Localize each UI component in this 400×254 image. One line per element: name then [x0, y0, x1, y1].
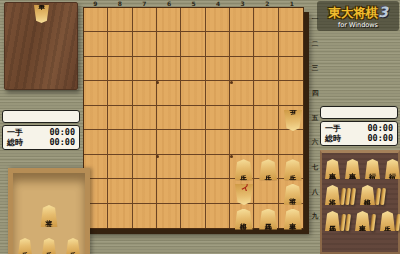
tray-piece-stack: 銀将 — [360, 185, 385, 205]
shogi-piece[interactable]: 銀将 — [235, 209, 253, 230]
shogi-piece[interactable]: 飛車 — [345, 159, 360, 179]
piece-box-king-slot: 王将 — [41, 205, 58, 227]
tray-piece-stack: 歩兵 — [380, 211, 400, 231]
app-logo: 東大将棋3 for Windows — [317, 1, 399, 31]
shogi-piece[interactable]: 歩兵 — [18, 238, 32, 254]
file-coordinates: 987654321 — [83, 0, 304, 7]
move-time-value: 00:00 — [367, 123, 393, 133]
total-time-value: 00:00 — [367, 133, 393, 143]
shogi-piece[interactable]: 香車 — [355, 211, 370, 231]
stacked-piece-edge — [350, 188, 356, 205]
gote-clock-panel: 一手00:00 総時00:00 — [2, 110, 80, 150]
shogi-piece[interactable]: 歩兵 — [235, 159, 253, 180]
logo-subtitle: for Windows — [317, 21, 399, 29]
move-time-value: 00:00 — [49, 127, 75, 137]
shogi-piece[interactable]: と — [235, 184, 253, 205]
tray-row: 桂馬香車歩兵 — [322, 211, 398, 231]
rank-label: 六 — [310, 130, 320, 155]
tray-piece-stack: 角行 — [365, 159, 380, 179]
rank-label: 五 — [310, 106, 320, 131]
tray-row: 金将銀将 — [322, 185, 398, 205]
tray-piece-stack: 桂馬 — [325, 211, 350, 231]
star-point — [156, 155, 159, 158]
tray-piece-stack: 香車 — [355, 211, 375, 231]
shogi-piece[interactable]: 歩兵 — [66, 238, 80, 254]
tray-row: 飛車飛車角行角行 — [322, 159, 398, 179]
piece-layer: 歩兵歩兵歩兵歩兵と王将銀将桂馬香車 — [84, 8, 303, 228]
rank-label: 八 — [310, 180, 320, 205]
rank-coordinates: 一二三四五六七八九 — [310, 7, 320, 229]
piece-tray-sente[interactable]: 飛車飛車角行角行金将銀将桂馬香車歩兵 — [320, 150, 400, 254]
gote-name-field[interactable] — [2, 110, 80, 123]
shogi-piece[interactable]: 歩兵 — [259, 159, 277, 180]
sente-name-field[interactable] — [320, 106, 398, 119]
shogi-piece[interactable]: 歩兵 — [284, 159, 302, 180]
shogi-piece[interactable]: 香車 — [34, 5, 49, 23]
file-label: 5 — [181, 0, 206, 7]
star-point — [230, 81, 233, 84]
file-label: 8 — [108, 0, 133, 7]
shogi-piece[interactable]: 桂馬 — [325, 211, 340, 231]
rank-label: 四 — [310, 81, 320, 106]
file-label: 3 — [230, 0, 255, 7]
tray-piece-stack: 飛車 — [325, 159, 340, 179]
shogi-piece[interactable]: 桂馬 — [259, 209, 277, 230]
shogi-piece[interactable]: 飛車 — [325, 159, 340, 179]
rank-label: 三 — [310, 56, 320, 81]
piece-box-pawn-row: 歩兵歩兵歩兵 — [13, 238, 85, 254]
shogi-piece[interactable]: 歩兵 — [42, 238, 56, 254]
sente-clock-panel: 一手00:00 総時00:00 — [320, 106, 398, 146]
shogi-piece[interactable]: 銀将 — [360, 185, 375, 205]
total-time-label: 総時 — [7, 137, 23, 148]
tray-piece-stack: 飛車 — [345, 159, 360, 179]
logo-version: 3 — [378, 4, 388, 20]
shogi-piece[interactable]: 王将 — [41, 205, 58, 227]
stacked-piece-edge — [370, 214, 376, 231]
rank-label: 七 — [310, 155, 320, 180]
shogi-piece[interactable]: 角行 — [385, 159, 400, 179]
file-label: 2 — [255, 0, 280, 7]
piece-box[interactable]: 王将 歩兵歩兵歩兵 — [8, 168, 90, 254]
file-label: 9 — [83, 0, 108, 7]
stacked-piece-edge — [380, 188, 386, 205]
tray-piece-stack: 角行 — [385, 159, 400, 179]
shogi-board[interactable]: 歩兵歩兵歩兵歩兵と王将銀将桂馬香車 — [83, 7, 304, 229]
logo-title: 東大将棋 — [328, 5, 378, 20]
star-point — [156, 81, 159, 84]
star-point — [230, 155, 233, 158]
shogi-piece[interactable]: 歩兵 — [380, 211, 395, 231]
shogi-piece[interactable]: 歩兵 — [284, 110, 302, 131]
file-label: 6 — [157, 0, 182, 7]
sente-time-box: 一手00:00 総時00:00 — [320, 121, 398, 146]
file-label: 1 — [280, 0, 305, 7]
file-label: 4 — [206, 0, 231, 7]
file-label: 7 — [132, 0, 157, 7]
total-time-label: 総時 — [325, 133, 341, 144]
shogi-piece[interactable]: 金将 — [325, 185, 340, 205]
shogi-piece[interactable]: 角行 — [365, 159, 380, 179]
rank-label: 九 — [310, 204, 320, 229]
shogi-piece[interactable]: 香車 — [284, 209, 302, 230]
tray-piece-stack: 金将 — [325, 185, 355, 205]
komadai-gote[interactable]: 香車 — [4, 2, 78, 90]
shogi-app-window: 香車 987654321 一二三四五六七八九 歩兵歩兵歩兵歩兵と王将銀将桂馬香車… — [0, 0, 400, 254]
rank-label: 二 — [310, 32, 320, 57]
stacked-piece-edge — [345, 214, 351, 231]
gote-time-box: 一手00:00 総時00:00 — [2, 125, 80, 150]
shogi-piece[interactable]: 王将 — [284, 184, 302, 205]
total-time-value: 00:00 — [49, 137, 75, 147]
